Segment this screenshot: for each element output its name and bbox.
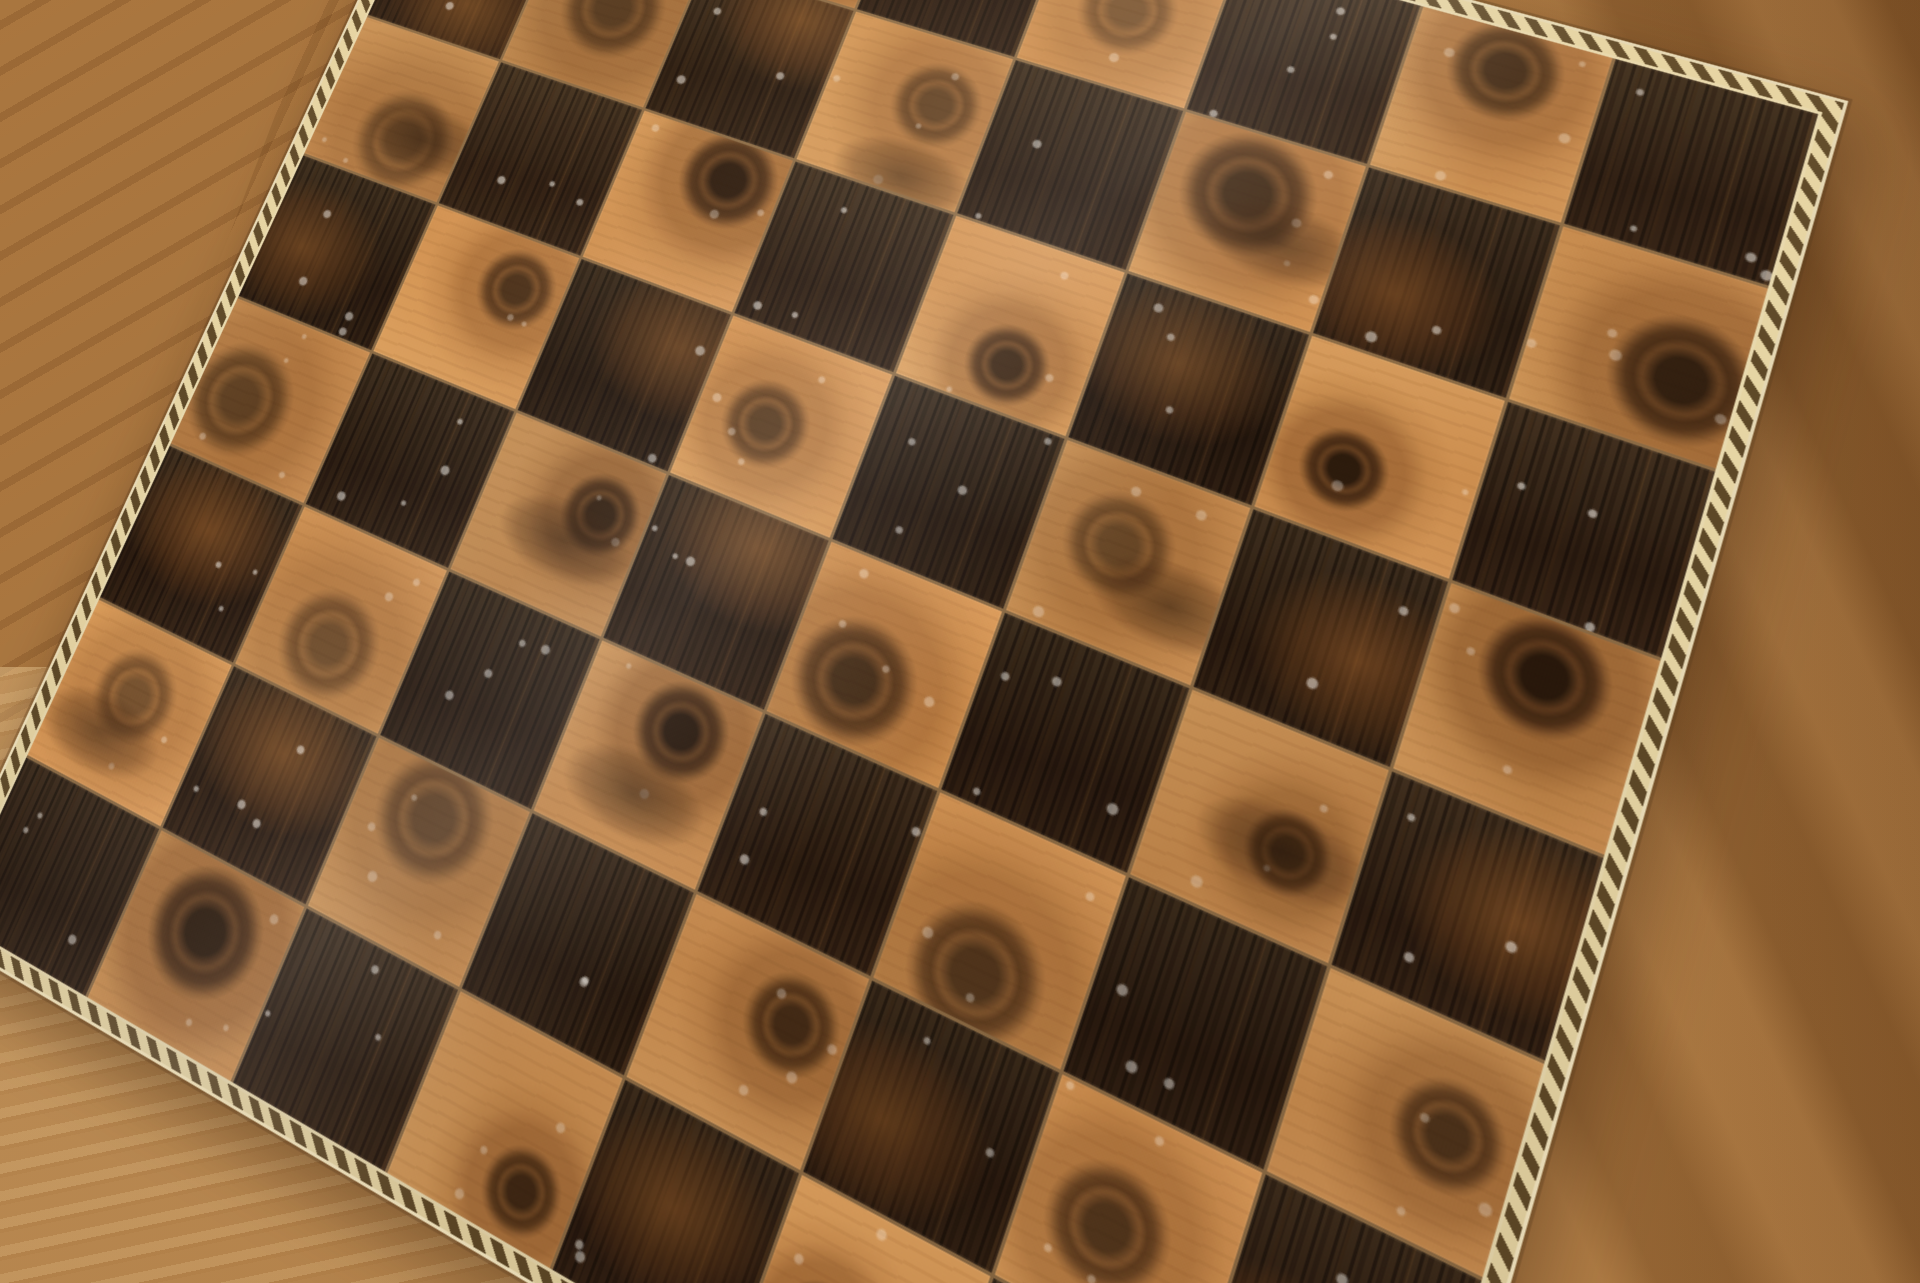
photo-canvas (0, 0, 1920, 1283)
board-grid (0, 0, 1823, 1283)
